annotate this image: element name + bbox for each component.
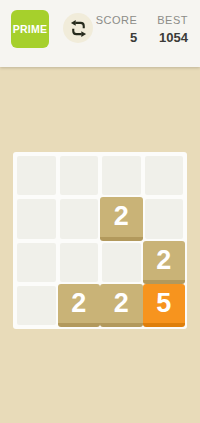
game-board[interactable]: 22225	[13, 152, 187, 329]
board-cell	[17, 156, 56, 195]
best-label: BEST	[157, 14, 188, 26]
board-cell	[102, 243, 141, 282]
board-cell: 2	[102, 199, 141, 238]
board-cell	[145, 156, 184, 195]
board-cell	[17, 199, 56, 238]
best-value: 1054	[159, 30, 188, 45]
score-block: SCORE 5	[96, 14, 138, 45]
tile-2: 2	[100, 284, 143, 327]
app: PRIME SCORE 5 BEST 1054 22225	[0, 0, 200, 423]
scoreboard: SCORE 5 BEST 1054	[96, 14, 188, 45]
board-cell: 5	[145, 286, 184, 325]
restart-sync-icon	[68, 18, 89, 39]
board-cell	[17, 286, 56, 325]
board-cell: 2	[102, 286, 141, 325]
restart-button[interactable]	[63, 13, 93, 43]
board-cell: 2	[60, 286, 99, 325]
board-cell	[60, 199, 99, 238]
best-block: BEST 1054	[157, 14, 188, 45]
header: PRIME SCORE 5 BEST 1054	[0, 0, 200, 67]
score-label: SCORE	[96, 14, 138, 26]
board-cell	[145, 199, 184, 238]
tile-2: 2	[100, 197, 143, 240]
tile-2: 2	[143, 241, 186, 284]
board-cell: 2	[145, 243, 184, 282]
app-logo: PRIME	[11, 10, 49, 48]
board-cell	[60, 156, 99, 195]
tile-2: 2	[58, 284, 101, 327]
board-cell	[60, 243, 99, 282]
score-value: 5	[130, 30, 137, 45]
tile-5: 5	[143, 284, 186, 327]
board-cell	[102, 156, 141, 195]
board-cell	[17, 243, 56, 282]
